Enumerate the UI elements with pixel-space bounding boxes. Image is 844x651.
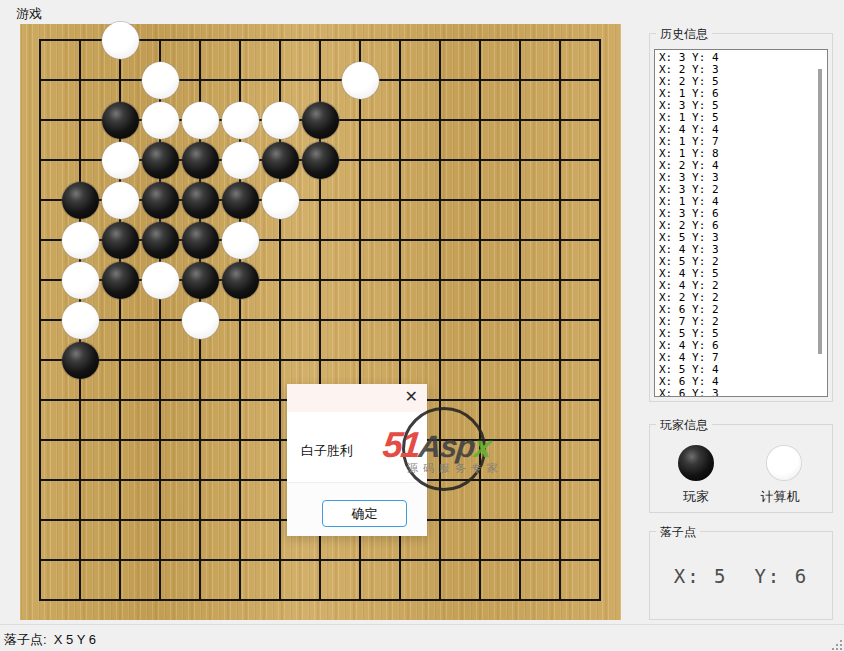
intersection-x0-y9[interactable] [20, 380, 60, 420]
intersection-x5-y11[interactable] [220, 460, 260, 500]
intersection-x12-y14[interactable] [500, 580, 540, 620]
white-stone [142, 102, 179, 139]
intersection-x13-y3[interactable] [540, 140, 580, 180]
intersection-x2-y6[interactable] [100, 260, 140, 300]
intersection-x14-y14[interactable] [580, 580, 620, 620]
intersection-x9-y7[interactable] [380, 300, 420, 340]
intersection-x6-y4[interactable] [260, 180, 300, 220]
dialog-footer: 确定 [287, 482, 427, 536]
intersection-x7-y2[interactable] [300, 100, 340, 140]
intersection-x2-y12[interactable] [100, 500, 140, 540]
history-title: 历史信息 [656, 26, 712, 43]
intersection-x5-y8[interactable] [220, 340, 260, 380]
win-dialog: ✕ 白子胜利 确定 [287, 384, 427, 536]
players-groupbox: 玩家信息 玩家 计算机 [649, 424, 833, 513]
computer-label: 计算机 [744, 488, 816, 506]
intersection-x8-y13[interactable] [340, 540, 380, 580]
ok-button[interactable]: 确定 [322, 500, 407, 527]
intersection-x4-y7[interactable] [180, 300, 220, 340]
intersection-x9-y0[interactable] [380, 20, 420, 60]
intersection-x5-y10[interactable] [220, 420, 260, 460]
intersection-x11-y4[interactable] [460, 180, 500, 220]
intersection-x1-y3[interactable] [60, 140, 100, 180]
black-stone [102, 262, 139, 299]
intersection-x7-y13[interactable] [300, 540, 340, 580]
white-stone [222, 142, 259, 179]
intersection-x8-y5[interactable] [340, 220, 380, 260]
intersection-x3-y13[interactable] [140, 540, 180, 580]
intersection-x3-y6[interactable] [140, 260, 180, 300]
intersection-x1-y11[interactable] [60, 460, 100, 500]
intersection-x11-y0[interactable] [460, 20, 500, 60]
intersection-x7-y5[interactable] [300, 220, 340, 260]
intersection-x7-y0[interactable] [300, 20, 340, 60]
intersection-x1-y6[interactable] [60, 260, 100, 300]
intersection-x0-y7[interactable] [20, 300, 60, 340]
intersection-x4-y11[interactable] [180, 460, 220, 500]
intersection-x10-y5[interactable] [420, 220, 460, 260]
black-stone [182, 182, 219, 219]
intersection-x4-y0[interactable] [180, 20, 220, 60]
intersection-x10-y6[interactable] [420, 260, 460, 300]
intersection-x1-y7[interactable] [60, 300, 100, 340]
intersection-x6-y3[interactable] [260, 140, 300, 180]
intersection-x11-y9[interactable] [460, 380, 500, 420]
white-stone [102, 182, 139, 219]
black-stone [102, 102, 139, 139]
intersection-x13-y13[interactable] [540, 540, 580, 580]
intersection-x0-y3[interactable] [20, 140, 60, 180]
intersection-x4-y1[interactable] [180, 60, 220, 100]
intersection-x7-y1[interactable] [300, 60, 340, 100]
white-stone [62, 302, 99, 339]
intersection-x10-y4[interactable] [420, 180, 460, 220]
intersection-x9-y3[interactable] [380, 140, 420, 180]
intersection-x6-y0[interactable] [260, 20, 300, 60]
intersection-x7-y4[interactable] [300, 180, 340, 220]
status-drop-point: 落子点: X 5 Y 6 [4, 631, 96, 649]
intersection-x5-y6[interactable] [220, 260, 260, 300]
intersection-x11-y14[interactable] [460, 580, 500, 620]
intersection-x11-y1[interactable] [460, 60, 500, 100]
intersection-x4-y12[interactable] [180, 500, 220, 540]
intersection-x0-y0[interactable] [20, 20, 60, 60]
intersection-x1-y8[interactable] [60, 340, 100, 380]
black-stone [262, 142, 299, 179]
intersection-x13-y4[interactable] [540, 180, 580, 220]
player-label: 玩家 [668, 488, 724, 506]
white-stone [102, 142, 139, 179]
black-stone [182, 262, 219, 299]
intersection-x2-y8[interactable] [100, 340, 140, 380]
intersection-x13-y6[interactable] [540, 260, 580, 300]
intersection-x2-y3[interactable] [100, 140, 140, 180]
intersection-x0-y10[interactable] [20, 420, 60, 460]
intersection-x13-y0[interactable] [540, 20, 580, 60]
black-stone [142, 142, 179, 179]
dialog-message: 白子胜利 [301, 442, 353, 460]
intersection-x1-y12[interactable] [60, 500, 100, 540]
intersection-x6-y1[interactable] [260, 60, 300, 100]
intersection-x3-y9[interactable] [140, 380, 180, 420]
intersection-x4-y13[interactable] [180, 540, 220, 580]
intersection-x11-y5[interactable] [460, 220, 500, 260]
dialog-titlebar: ✕ [287, 384, 427, 412]
white-stone [182, 102, 219, 139]
intersection-x11-y6[interactable] [460, 260, 500, 300]
intersection-x6-y6[interactable] [260, 260, 300, 300]
intersection-x0-y13[interactable] [20, 540, 60, 580]
intersection-x3-y0[interactable] [140, 20, 180, 60]
intersection-x12-y8[interactable] [500, 340, 540, 380]
intersection-x4-y9[interactable] [180, 380, 220, 420]
intersection-x5-y12[interactable] [220, 500, 260, 540]
intersection-x14-y12[interactable] [580, 500, 620, 540]
white-stone [342, 62, 379, 99]
black-stone [182, 142, 219, 179]
intersection-x11-y12[interactable] [460, 500, 500, 540]
intersection-x4-y5[interactable] [180, 220, 220, 260]
white-stone [102, 22, 139, 59]
resize-grip[interactable] [830, 638, 842, 650]
intersection-x11-y7[interactable] [460, 300, 500, 340]
intersection-x8-y4[interactable] [340, 180, 380, 220]
white-stone [62, 262, 99, 299]
computer-white-stone-icon [767, 446, 801, 480]
intersection-x3-y5[interactable] [140, 220, 180, 260]
history-groupbox: 历史信息 X: 3 Y: 4X: 2 Y: 3X: 2 Y: 5X: 1 Y: … [649, 33, 833, 402]
intersection-x2-y0[interactable] [100, 20, 140, 60]
intersection-x2-y10[interactable] [100, 420, 140, 460]
intersection-x5-y13[interactable] [220, 540, 260, 580]
intersection-x10-y3[interactable] [420, 140, 460, 180]
intersection-x5-y7[interactable] [220, 300, 260, 340]
intersection-x0-y14[interactable] [20, 580, 60, 620]
intersection-x12-y12[interactable] [500, 500, 540, 540]
intersection-x8-y3[interactable] [340, 140, 380, 180]
intersection-x1-y1[interactable] [60, 60, 100, 100]
intersection-x13-y10[interactable] [540, 420, 580, 460]
intersection-x9-y6[interactable] [380, 260, 420, 300]
intersection-x9-y13[interactable] [380, 540, 420, 580]
white-stone [142, 62, 179, 99]
intersection-x14-y3[interactable] [580, 140, 620, 180]
intersection-x0-y12[interactable] [20, 500, 60, 540]
intersection-x9-y4[interactable] [380, 180, 420, 220]
status-bar: 落子点: X 5 Y 6 [0, 624, 844, 651]
white-stone [182, 302, 219, 339]
intersection-x1-y9[interactable] [60, 380, 100, 420]
intersection-x13-y2[interactable] [540, 100, 580, 140]
intersection-x13-y14[interactable] [540, 580, 580, 620]
intersection-x8-y2[interactable] [340, 100, 380, 140]
intersection-x0-y11[interactable] [20, 460, 60, 500]
black-stone [222, 262, 259, 299]
intersection-x13-y7[interactable] [540, 300, 580, 340]
black-stone [102, 222, 139, 259]
intersection-x4-y8[interactable] [180, 340, 220, 380]
intersection-x3-y2[interactable] [140, 100, 180, 140]
intersection-x5-y3[interactable] [220, 140, 260, 180]
intersection-x13-y9[interactable] [540, 380, 580, 420]
intersection-x10-y2[interactable] [420, 100, 460, 140]
intersection-x9-y5[interactable] [380, 220, 420, 260]
white-stone [142, 262, 179, 299]
white-stone [222, 222, 259, 259]
intersection-x12-y6[interactable] [500, 260, 540, 300]
intersection-x13-y1[interactable] [540, 60, 580, 100]
intersection-x11-y13[interactable] [460, 540, 500, 580]
intersection-x2-y5[interactable] [100, 220, 140, 260]
intersection-x10-y7[interactable] [420, 300, 460, 340]
intersection-x1-y4[interactable] [60, 180, 100, 220]
intersection-x3-y7[interactable] [140, 300, 180, 340]
intersection-x14-y8[interactable] [580, 340, 620, 380]
intersection-x11-y3[interactable] [460, 140, 500, 180]
history-entry[interactable]: X: 6 Y: 3 [659, 388, 827, 397]
drop-point-value: X: 5 Y: 6 [650, 532, 832, 619]
intersection-x8-y1[interactable] [340, 60, 380, 100]
drop-point-groupbox: 落子点 X: 5 Y: 6 [649, 531, 833, 620]
intersection-x0-y5[interactable] [20, 220, 60, 260]
intersection-x10-y14[interactable] [420, 580, 460, 620]
intersection-x13-y5[interactable] [540, 220, 580, 260]
intersection-x13-y11[interactable] [540, 460, 580, 500]
intersection-x14-y5[interactable] [580, 220, 620, 260]
white-stone [262, 102, 299, 139]
intersection-x12-y9[interactable] [500, 380, 540, 420]
black-stone [142, 222, 179, 259]
intersection-x9-y2[interactable] [380, 100, 420, 140]
intersection-x4-y6[interactable] [180, 260, 220, 300]
intersection-x2-y1[interactable] [100, 60, 140, 100]
intersection-x12-y1[interactable] [500, 60, 540, 100]
intersection-x4-y2[interactable] [180, 100, 220, 140]
black-stone [142, 182, 179, 219]
intersection-x10-y0[interactable] [420, 20, 460, 60]
intersection-x2-y4[interactable] [100, 180, 140, 220]
intersection-x6-y13[interactable] [260, 540, 300, 580]
intersection-x12-y13[interactable] [500, 540, 540, 580]
intersection-x12-y3[interactable] [500, 140, 540, 180]
intersection-x8-y0[interactable] [340, 20, 380, 60]
intersection-x14-y10[interactable] [580, 420, 620, 460]
black-stone [62, 342, 99, 379]
app-window: 游戏 ✕ 白子胜利 确定 51Aspx 源码服务专家 历史信息 X: 3 Y: … [0, 0, 844, 651]
intersection-x2-y13[interactable] [100, 540, 140, 580]
black-stone [302, 142, 339, 179]
intersection-x2-y14[interactable] [100, 580, 140, 620]
intersection-x4-y3[interactable] [180, 140, 220, 180]
intersection-x4-y14[interactable] [180, 580, 220, 620]
intersection-x9-y8[interactable] [380, 340, 420, 380]
intersection-x6-y2[interactable] [260, 100, 300, 140]
intersection-x5-y1[interactable] [220, 60, 260, 100]
intersection-x6-y8[interactable] [260, 340, 300, 380]
black-stone [222, 182, 259, 219]
intersection-x14-y1[interactable] [580, 60, 620, 100]
intersection-x1-y14[interactable] [60, 580, 100, 620]
intersection-x6-y14[interactable] [260, 580, 300, 620]
intersection-x0-y6[interactable] [20, 260, 60, 300]
white-stone [262, 182, 299, 219]
intersection-x11-y2[interactable] [460, 100, 500, 140]
intersection-x6-y5[interactable] [260, 220, 300, 260]
intersection-x5-y14[interactable] [220, 580, 260, 620]
intersection-x1-y13[interactable] [60, 540, 100, 580]
close-icon[interactable]: ✕ [405, 388, 418, 406]
intersection-x11-y11[interactable] [460, 460, 500, 500]
intersection-x14-y11[interactable] [580, 460, 620, 500]
history-listbox[interactable]: X: 3 Y: 4X: 2 Y: 3X: 2 Y: 5X: 1 Y: 6X: 3… [654, 49, 828, 397]
intersection-x12-y11[interactable] [500, 460, 540, 500]
intersection-x7-y7[interactable] [300, 300, 340, 340]
intersection-x13-y12[interactable] [540, 500, 580, 540]
intersection-x8-y7[interactable] [340, 300, 380, 340]
intersection-x14-y4[interactable] [580, 180, 620, 220]
intersection-x0-y2[interactable] [20, 100, 60, 140]
players-title: 玩家信息 [656, 417, 712, 434]
intersection-x1-y5[interactable] [60, 220, 100, 260]
intersection-x3-y4[interactable] [140, 180, 180, 220]
black-stone [182, 222, 219, 259]
intersection-x14-y13[interactable] [580, 540, 620, 580]
player-black-stone-icon [678, 445, 714, 481]
intersection-x12-y4[interactable] [500, 180, 540, 220]
intersection-x7-y6[interactable] [300, 260, 340, 300]
intersection-x0-y1[interactable] [20, 60, 60, 100]
intersection-x3-y11[interactable] [140, 460, 180, 500]
intersection-x14-y6[interactable] [580, 260, 620, 300]
white-stone [222, 102, 259, 139]
intersection-x10-y13[interactable] [420, 540, 460, 580]
intersection-x2-y9[interactable] [100, 380, 140, 420]
intersection-x13-y8[interactable] [540, 340, 580, 380]
intersection-x9-y14[interactable] [380, 580, 420, 620]
intersection-x12-y10[interactable] [500, 420, 540, 460]
intersection-x0-y4[interactable] [20, 180, 60, 220]
intersection-x7-y3[interactable] [300, 140, 340, 180]
intersection-x9-y1[interactable] [380, 60, 420, 100]
scrollbar-thumb[interactable] [818, 69, 822, 354]
intersection-x3-y12[interactable] [140, 500, 180, 540]
intersection-x1-y0[interactable] [60, 20, 100, 60]
intersection-x2-y7[interactable] [100, 300, 140, 340]
intersection-x7-y14[interactable] [300, 580, 340, 620]
intersection-x2-y2[interactable] [100, 100, 140, 140]
intersection-x0-y8[interactable] [20, 340, 60, 380]
intersection-x8-y14[interactable] [340, 580, 380, 620]
intersection-x2-y11[interactable] [100, 460, 140, 500]
intersection-x3-y10[interactable] [140, 420, 180, 460]
intersection-x12-y7[interactable] [500, 300, 540, 340]
intersection-x11-y8[interactable] [460, 340, 500, 380]
intersection-x5-y9[interactable] [220, 380, 260, 420]
black-stone [62, 182, 99, 219]
intersection-x1-y10[interactable] [60, 420, 100, 460]
intersection-x14-y9[interactable] [580, 380, 620, 420]
intersection-x6-y7[interactable] [260, 300, 300, 340]
intersection-x10-y8[interactable] [420, 340, 460, 380]
intersection-x3-y14[interactable] [140, 580, 180, 620]
intersection-x5-y0[interactable] [220, 20, 260, 60]
intersection-x7-y8[interactable] [300, 340, 340, 380]
intersection-x14-y0[interactable] [580, 20, 620, 60]
intersection-x8-y8[interactable] [340, 340, 380, 380]
white-stone [62, 222, 99, 259]
intersection-x12-y2[interactable] [500, 100, 540, 140]
intersection-x4-y10[interactable] [180, 420, 220, 460]
intersection-x8-y6[interactable] [340, 260, 380, 300]
intersection-x5-y2[interactable] [220, 100, 260, 140]
intersection-x3-y1[interactable] [140, 60, 180, 100]
intersection-x11-y10[interactable] [460, 420, 500, 460]
intersection-x1-y2[interactable] [60, 100, 100, 140]
intersection-x3-y8[interactable] [140, 340, 180, 380]
black-stone [302, 102, 339, 139]
intersection-x5-y5[interactable] [220, 220, 260, 260]
intersection-x4-y4[interactable] [180, 180, 220, 220]
intersection-x14-y7[interactable] [580, 300, 620, 340]
intersection-x3-y3[interactable] [140, 140, 180, 180]
intersection-x12-y0[interactable] [500, 20, 540, 60]
intersection-x12-y5[interactable] [500, 220, 540, 260]
intersection-x10-y1[interactable] [420, 60, 460, 100]
intersection-x5-y4[interactable] [220, 180, 260, 220]
intersection-x14-y2[interactable] [580, 100, 620, 140]
